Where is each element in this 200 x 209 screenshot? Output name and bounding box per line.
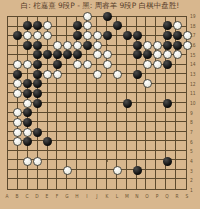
black-stone <box>163 60 172 69</box>
white-stone <box>43 21 52 30</box>
white-stone <box>103 50 112 59</box>
black-stone <box>33 89 42 98</box>
row-label: 18 <box>190 24 197 29</box>
board-cell <box>127 151 137 161</box>
white-stone <box>13 118 22 127</box>
row-label: 11 <box>190 91 197 96</box>
board-cell <box>146 113 156 123</box>
white-stone <box>83 12 92 21</box>
column-label: Q <box>164 194 170 199</box>
white-stone <box>73 41 82 50</box>
board-cell <box>57 93 67 103</box>
row-label: 17 <box>190 33 197 38</box>
board-cell <box>107 151 117 161</box>
board-cell <box>176 84 186 94</box>
board-cell <box>87 93 97 103</box>
white-stone <box>153 50 162 59</box>
board-cell <box>28 179 38 189</box>
board-cell <box>77 74 87 84</box>
white-stone <box>93 50 102 59</box>
row-label: 14 <box>190 62 197 67</box>
black-stone <box>23 41 32 50</box>
board-cell <box>97 170 107 180</box>
row-label: 7 <box>190 130 197 135</box>
board-cell <box>156 179 166 189</box>
row-label: 5 <box>190 149 197 154</box>
board-cell <box>57 113 67 123</box>
board-cell <box>38 170 48 180</box>
board-cell <box>137 113 147 123</box>
board-cell <box>107 113 117 123</box>
white-stone <box>93 31 102 40</box>
board-cell <box>137 103 147 113</box>
row-label: 4 <box>190 159 197 164</box>
black-stone <box>33 99 42 108</box>
black-stone <box>133 70 142 79</box>
white-stone <box>13 79 22 88</box>
board-cell <box>67 122 77 132</box>
board-cell <box>77 103 87 113</box>
black-stone <box>173 31 182 40</box>
black-stone <box>163 99 172 108</box>
board-cell <box>176 160 186 170</box>
board-cell <box>77 113 87 123</box>
board-cell <box>176 122 186 132</box>
board-cell <box>77 151 87 161</box>
row-label: 12 <box>190 82 197 87</box>
board-cell <box>18 170 28 180</box>
board-cell <box>8 46 18 56</box>
black-stone <box>133 41 142 50</box>
black-stone <box>143 50 152 59</box>
board-cell <box>67 74 77 84</box>
black-stone <box>173 41 182 50</box>
white-stone <box>103 60 112 69</box>
board-cell <box>38 113 48 123</box>
row-label: 10 <box>190 101 197 106</box>
board-cell <box>77 141 87 151</box>
board-cell <box>67 84 77 94</box>
board-cell <box>156 74 166 84</box>
white-stone <box>43 31 52 40</box>
board-cell <box>87 151 97 161</box>
black-stone <box>163 31 172 40</box>
column-label: I <box>84 194 90 199</box>
board-cell <box>117 132 127 142</box>
board-cell <box>8 160 18 170</box>
column-label: E <box>44 194 50 199</box>
column-label: A <box>4 194 10 199</box>
black-stone <box>23 89 32 98</box>
white-stone <box>143 41 152 50</box>
board-cell <box>176 179 186 189</box>
board-cell <box>166 113 176 123</box>
column-label: K <box>104 194 110 199</box>
white-stone <box>23 99 32 108</box>
board-cell <box>156 84 166 94</box>
board-cell <box>127 122 137 132</box>
board-cell <box>156 141 166 151</box>
go-game-viewer: 白: 柁嘉熹 9段P - 黑: 周睿羊 9段P 白棋中盘胜! ABCDEFGHI… <box>0 0 200 209</box>
black-stone <box>23 79 32 88</box>
black-stone <box>73 31 82 40</box>
column-label: P <box>154 194 160 199</box>
board-cell <box>57 122 67 132</box>
board-cell <box>146 17 156 27</box>
white-stone <box>23 128 32 137</box>
white-stone <box>23 31 32 40</box>
white-stone <box>13 89 22 98</box>
board-cell <box>18 179 28 189</box>
white-stone <box>53 70 62 79</box>
board-cell <box>107 132 117 142</box>
white-stone <box>153 41 162 50</box>
board-cell <box>146 160 156 170</box>
white-stone <box>53 41 62 50</box>
board-cell <box>48 84 58 94</box>
white-stone <box>173 50 182 59</box>
board-cell <box>127 84 137 94</box>
row-label: 16 <box>190 43 197 48</box>
board-cell <box>48 93 58 103</box>
board-cell <box>117 122 127 132</box>
board-cell <box>146 170 156 180</box>
column-label: S <box>184 194 190 199</box>
black-stone <box>43 137 52 146</box>
white-stone <box>23 157 32 166</box>
board-cell <box>176 132 186 142</box>
board-cell <box>77 179 87 189</box>
board-cell <box>117 84 127 94</box>
board-cell <box>166 132 176 142</box>
board-cell <box>77 160 87 170</box>
board-cell <box>77 122 87 132</box>
black-stone <box>43 50 52 59</box>
board-cell <box>107 103 117 113</box>
board-cell <box>48 113 58 123</box>
row-label: 2 <box>190 178 197 183</box>
white-stone <box>83 31 92 40</box>
board-cell <box>107 93 117 103</box>
board-cell <box>67 141 77 151</box>
white-stone <box>93 41 102 50</box>
board-cell <box>146 27 156 37</box>
board-cell <box>176 170 186 180</box>
board-cell <box>137 179 147 189</box>
white-stone <box>153 60 162 69</box>
white-stone <box>33 31 42 40</box>
row-label: 1 <box>190 188 197 193</box>
board-cell <box>8 17 18 27</box>
board-cell <box>176 65 186 75</box>
board-cell <box>137 151 147 161</box>
black-stone <box>113 21 122 30</box>
board-cell <box>67 113 77 123</box>
black-stone <box>23 108 32 117</box>
board-cell <box>127 132 137 142</box>
black-stone <box>33 21 42 30</box>
black-stone <box>123 99 132 108</box>
white-stone <box>13 137 22 146</box>
board-cell <box>156 170 166 180</box>
black-stone <box>133 166 142 175</box>
board-cell <box>137 122 147 132</box>
white-stone <box>13 60 22 69</box>
board-cell <box>117 55 127 65</box>
board-cell <box>57 151 67 161</box>
row-label: 15 <box>190 53 197 58</box>
black-stone <box>163 41 172 50</box>
row-label: 6 <box>190 140 197 145</box>
black-stone <box>33 60 42 69</box>
column-label: L <box>114 194 120 199</box>
board-cell <box>77 170 87 180</box>
board-cell <box>176 141 186 151</box>
black-stone <box>123 31 132 40</box>
black-stone <box>163 157 172 166</box>
board-cell <box>107 179 117 189</box>
black-stone <box>133 50 142 59</box>
board-cell <box>97 103 107 113</box>
white-stone <box>113 166 122 175</box>
board-cell <box>146 132 156 142</box>
board-cell <box>97 113 107 123</box>
board-cell <box>67 93 77 103</box>
column-label: F <box>54 194 60 199</box>
white-stone <box>73 60 82 69</box>
board-cell <box>117 179 127 189</box>
board-cell <box>8 151 18 161</box>
board-cell <box>117 113 127 123</box>
board-cell <box>67 103 77 113</box>
column-label: N <box>134 194 140 199</box>
board-cell <box>87 84 97 94</box>
board-cell <box>57 132 67 142</box>
board-cell <box>127 179 137 189</box>
black-stone <box>83 41 92 50</box>
board-cell <box>97 84 107 94</box>
board-cell <box>97 132 107 142</box>
black-stone <box>73 50 82 59</box>
board-cell <box>146 151 156 161</box>
white-stone <box>143 79 152 88</box>
board-cell <box>156 132 166 142</box>
board-cell <box>48 103 58 113</box>
board-cell <box>127 17 137 27</box>
white-stone <box>93 70 102 79</box>
board-cell <box>97 179 107 189</box>
board-cell <box>176 93 186 103</box>
white-stone <box>83 21 92 30</box>
black-stone <box>33 41 42 50</box>
white-stone <box>63 41 72 50</box>
board-cell <box>48 122 58 132</box>
black-stone <box>163 21 172 30</box>
white-stone <box>113 70 122 79</box>
black-stone <box>133 31 142 40</box>
board-cell <box>166 74 176 84</box>
white-stone <box>43 70 52 79</box>
board-cell <box>166 84 176 94</box>
column-label: H <box>74 194 80 199</box>
board-cell <box>77 84 87 94</box>
board-cell <box>67 179 77 189</box>
black-stone <box>23 118 32 127</box>
board-cell <box>57 84 67 94</box>
black-stone <box>13 70 22 79</box>
white-stone <box>173 21 182 30</box>
board-cell <box>117 151 127 161</box>
white-stone <box>63 166 72 175</box>
black-stone <box>33 50 42 59</box>
board-cell <box>87 179 97 189</box>
row-label: 8 <box>190 120 197 125</box>
black-stone <box>13 31 22 40</box>
column-label: D <box>34 194 40 199</box>
board-cell <box>8 179 18 189</box>
board-cell <box>87 141 97 151</box>
board-cell <box>137 93 147 103</box>
board-cell <box>137 141 147 151</box>
column-label: B <box>14 194 20 199</box>
board-cell <box>146 179 156 189</box>
black-stone <box>23 21 32 30</box>
board-cell <box>166 122 176 132</box>
column-label: R <box>174 194 180 199</box>
board-cell <box>77 132 87 142</box>
white-stone <box>163 50 172 59</box>
column-label: M <box>124 194 130 199</box>
board-cell <box>48 179 58 189</box>
board-cell <box>48 151 58 161</box>
board-cell <box>117 141 127 151</box>
board-cell <box>176 74 186 84</box>
board-cell <box>67 132 77 142</box>
black-stone <box>103 31 112 40</box>
board-cell <box>48 170 58 180</box>
board-cell <box>137 17 147 27</box>
board-cell <box>146 103 156 113</box>
row-label: 9 <box>190 111 197 116</box>
white-stone <box>23 60 32 69</box>
black-stone <box>33 70 42 79</box>
board-cell <box>117 46 127 56</box>
board-cell <box>146 141 156 151</box>
column-label: J <box>94 194 100 199</box>
black-stone <box>23 137 32 146</box>
board-cell <box>166 170 176 180</box>
row-label: 3 <box>190 169 197 174</box>
board-cell <box>77 93 87 103</box>
board-cell <box>87 160 97 170</box>
board-cell <box>166 179 176 189</box>
board-cell <box>57 141 67 151</box>
board-cell <box>67 151 77 161</box>
board-cell <box>146 122 156 132</box>
column-label: O <box>144 194 150 199</box>
board-cell <box>57 103 67 113</box>
black-stone <box>53 60 62 69</box>
board-cell <box>156 122 166 132</box>
white-stone <box>13 108 22 117</box>
white-stone <box>33 157 42 166</box>
board-cell <box>146 93 156 103</box>
row-label: 19 <box>190 14 197 19</box>
board-cell <box>97 141 107 151</box>
board-cell <box>156 113 166 123</box>
board-cell <box>176 113 186 123</box>
board-cell <box>48 160 58 170</box>
board-cell <box>57 179 67 189</box>
black-stone <box>53 50 62 59</box>
board-cell <box>176 151 186 161</box>
black-stone <box>33 128 42 137</box>
board-cell <box>137 132 147 142</box>
board-cell <box>87 103 97 113</box>
black-stone <box>73 21 82 30</box>
board-cell <box>28 170 38 180</box>
board-cell <box>8 170 18 180</box>
column-label: G <box>64 194 70 199</box>
board-cell <box>127 113 137 123</box>
black-stone <box>63 50 72 59</box>
board-cell <box>87 132 97 142</box>
board-cell <box>107 84 117 94</box>
board-cell <box>107 122 117 132</box>
board-cell <box>107 141 117 151</box>
white-stone <box>143 60 152 69</box>
board-cell <box>166 141 176 151</box>
board-cell <box>87 113 97 123</box>
board-cell <box>97 122 107 132</box>
board-cell <box>57 27 67 37</box>
board-cell <box>57 17 67 27</box>
board-cell <box>97 151 107 161</box>
column-label: C <box>24 194 30 199</box>
white-stone <box>13 128 22 137</box>
board-cell <box>127 141 137 151</box>
board-cell <box>87 122 97 132</box>
board-cell <box>87 170 97 180</box>
black-stone <box>103 12 112 21</box>
game-info-header: 白: 柁嘉熹 9段P - 黑: 周睿羊 9段P 白棋中盘胜! <box>0 1 200 11</box>
row-label: 13 <box>190 72 197 77</box>
white-stone <box>83 60 92 69</box>
black-stone <box>33 79 42 88</box>
board-cell <box>176 103 186 113</box>
board-cell <box>38 179 48 189</box>
